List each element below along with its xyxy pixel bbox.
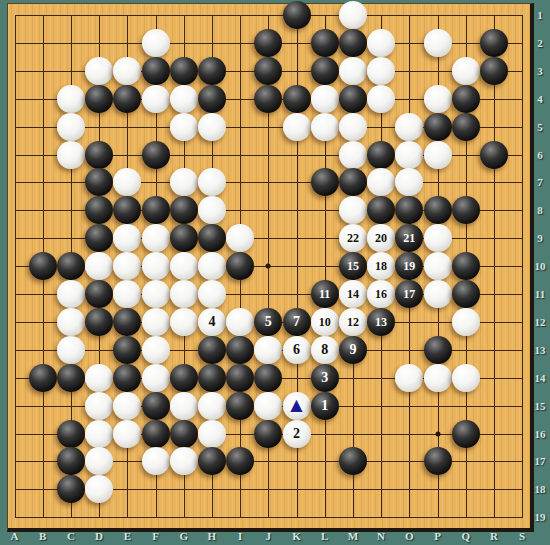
stone-Q12[interactable] [452,308,480,336]
grid-line-vertical [494,15,495,518]
move-number-22: 22 [347,232,359,244]
stone-F11[interactable] [142,280,170,308]
row-label-12: 12 [535,316,546,328]
stone-K15[interactable]: ▲ [283,392,311,420]
stone-B10[interactable] [29,252,57,280]
stone-L15[interactable]: 1 [311,392,339,420]
row-label-4: 4 [537,93,543,105]
stone-N8[interactable] [367,196,395,224]
stone-O8[interactable] [395,196,423,224]
stone-E9[interactable] [113,224,141,252]
stone-M12[interactable]: 12 [339,308,367,336]
stone-M8[interactable] [339,196,367,224]
stone-C4[interactable] [57,85,85,113]
row-label-16: 16 [535,428,546,440]
column-label-I: I [238,530,242,542]
stone-F9[interactable] [142,224,170,252]
stone-F10[interactable] [142,252,170,280]
stone-C11[interactable] [57,280,85,308]
stone-R6[interactable] [480,141,508,169]
move-number-3: 3 [321,371,328,385]
stone-J2[interactable] [254,29,282,57]
stone-L5[interactable] [311,113,339,141]
stone-H4[interactable] [198,85,226,113]
stone-N6[interactable] [367,141,395,169]
column-label-K: K [292,530,301,542]
stone-R3[interactable] [480,57,508,85]
move-number-12: 12 [347,316,359,328]
stone-K13[interactable]: 6 [283,336,311,364]
stone-I14[interactable] [226,364,254,392]
stone-M7[interactable] [339,168,367,196]
stone-M5[interactable] [339,113,367,141]
stone-P5[interactable] [424,113,452,141]
stone-H12[interactable]: 4 [198,308,226,336]
stone-I13[interactable] [226,336,254,364]
stone-L2[interactable] [311,29,339,57]
stone-G9[interactable] [170,224,198,252]
stone-O10[interactable]: 19 [395,252,423,280]
stone-P10[interactable] [424,252,452,280]
column-label-G: G [179,530,188,542]
stone-O7[interactable] [395,168,423,196]
stone-K4[interactable] [283,85,311,113]
stone-D15[interactable] [85,392,113,420]
stone-J13[interactable] [254,336,282,364]
stone-H3[interactable] [198,57,226,85]
stone-F13[interactable] [142,336,170,364]
row-label-6: 6 [537,149,543,161]
stone-E11[interactable] [113,280,141,308]
move-number-15: 15 [347,260,359,272]
go-app-window: 222021151819111416174571012136893▲12ABCD… [0,0,550,545]
stone-L3[interactable] [311,57,339,85]
stone-M1[interactable] [339,1,367,29]
stone-E10[interactable] [113,252,141,280]
stone-P13[interactable] [424,336,452,364]
row-label-7: 7 [537,176,543,188]
stone-F15[interactable] [142,392,170,420]
stone-L7[interactable] [311,168,339,196]
stone-J4[interactable] [254,85,282,113]
move-number-17: 17 [403,288,415,300]
stone-E12[interactable] [113,308,141,336]
stone-M11[interactable]: 14 [339,280,367,308]
stone-H10[interactable] [198,252,226,280]
stone-D17[interactable] [85,447,113,475]
stone-P4[interactable] [424,85,452,113]
stone-O11[interactable]: 17 [395,280,423,308]
stone-D12[interactable] [85,308,113,336]
stone-G4[interactable] [170,85,198,113]
stone-M17[interactable] [339,447,367,475]
column-label-L: L [321,530,328,542]
stone-E7[interactable] [113,168,141,196]
stone-K5[interactable] [283,113,311,141]
column-label-D: D [95,530,103,542]
stone-N2[interactable] [367,29,395,57]
star-point [435,431,440,436]
stone-K16[interactable]: 2 [283,420,311,448]
stone-E4[interactable] [113,85,141,113]
stone-O9[interactable]: 21 [395,224,423,252]
move-number-10: 10 [319,316,331,328]
stone-M13[interactable]: 9 [339,336,367,364]
stone-C12[interactable] [57,308,85,336]
stone-N7[interactable] [367,168,395,196]
stone-G16[interactable] [170,420,198,448]
stone-C16[interactable] [57,420,85,448]
stone-G12[interactable] [170,308,198,336]
move-number-6: 6 [293,343,300,357]
column-label-A: A [11,530,19,542]
column-label-P: P [434,530,441,542]
stone-C18[interactable] [57,475,85,503]
stone-P8[interactable] [424,196,452,224]
stone-I10[interactable] [226,252,254,280]
column-label-H: H [208,530,217,542]
stone-H17[interactable] [198,447,226,475]
stone-J16[interactable] [254,420,282,448]
column-label-J: J [266,530,272,542]
row-label-18: 18 [535,483,546,495]
stone-D11[interactable] [85,280,113,308]
stone-C13[interactable] [57,336,85,364]
stone-K12[interactable]: 7 [283,308,311,336]
stone-F17[interactable] [142,447,170,475]
stone-P17[interactable] [424,447,452,475]
move-number-2: 2 [293,427,300,441]
stone-F12[interactable] [142,308,170,336]
row-label-14: 14 [535,372,546,384]
row-label-8: 8 [537,204,543,216]
move-number-9: 9 [349,343,356,357]
stone-N11[interactable]: 16 [367,280,395,308]
move-number-21: 21 [403,232,415,244]
move-number-1: 1 [321,399,328,413]
stone-C5[interactable] [57,113,85,141]
stone-G5[interactable] [170,113,198,141]
stone-P9[interactable] [424,224,452,252]
stone-B14[interactable] [29,364,57,392]
stone-E13[interactable] [113,336,141,364]
column-label-R: R [490,530,498,542]
row-label-1: 1 [537,9,543,21]
stone-D3[interactable] [85,57,113,85]
stone-P6[interactable] [424,141,452,169]
stone-L14[interactable]: 3 [311,364,339,392]
row-label-19: 19 [535,511,546,523]
move-number-11: 11 [319,288,330,300]
column-label-Q: Q [461,530,470,542]
stone-G15[interactable] [170,392,198,420]
stone-H8[interactable] [198,196,226,224]
stone-I15[interactable] [226,392,254,420]
stone-C14[interactable] [57,364,85,392]
stone-F6[interactable] [142,141,170,169]
stone-E14[interactable] [113,364,141,392]
stone-L13[interactable]: 8 [311,336,339,364]
column-label-C: C [67,530,75,542]
column-label-M: M [348,530,358,542]
stone-K1[interactable] [283,1,311,29]
stone-Q5[interactable] [452,113,480,141]
stone-D14[interactable] [85,364,113,392]
stone-E16[interactable] [113,420,141,448]
stone-C17[interactable] [57,447,85,475]
column-label-O: O [405,530,414,542]
stone-D16[interactable] [85,420,113,448]
stone-F3[interactable] [142,57,170,85]
column-label-F: F [152,530,159,542]
move-number-20: 20 [375,232,387,244]
stone-O6[interactable] [395,141,423,169]
stone-Q3[interactable] [452,57,480,85]
stone-Q4[interactable] [452,85,480,113]
move-number-14: 14 [347,288,359,300]
stone-P14[interactable] [424,364,452,392]
move-number-8: 8 [321,343,328,357]
stone-F8[interactable] [142,196,170,224]
stone-E8[interactable] [113,196,141,224]
stone-H14[interactable] [198,364,226,392]
stone-G17[interactable] [170,447,198,475]
stone-P2[interactable] [424,29,452,57]
stone-C10[interactable] [57,252,85,280]
stone-G8[interactable] [170,196,198,224]
stone-H15[interactable] [198,392,226,420]
stone-G7[interactable] [170,168,198,196]
stone-F14[interactable] [142,364,170,392]
stone-H16[interactable] [198,420,226,448]
stone-M4[interactable] [339,85,367,113]
stone-D6[interactable] [85,141,113,169]
stone-N3[interactable] [367,57,395,85]
stone-M6[interactable] [339,141,367,169]
stone-Q11[interactable] [452,280,480,308]
stone-G10[interactable] [170,252,198,280]
stone-M10[interactable]: 15 [339,252,367,280]
stone-D9[interactable] [85,224,113,252]
row-label-17: 17 [535,455,546,467]
row-label-13: 13 [535,344,546,356]
row-label-15: 15 [535,400,546,412]
stone-Q14[interactable] [452,364,480,392]
stone-H11[interactable] [198,280,226,308]
stone-E3[interactable] [113,57,141,85]
stone-D7[interactable] [85,168,113,196]
row-label-11: 11 [535,288,545,300]
stone-M3[interactable] [339,57,367,85]
stone-L4[interactable] [311,85,339,113]
stone-Q8[interactable] [452,196,480,224]
stone-F2[interactable] [142,29,170,57]
move-number-4: 4 [208,315,215,329]
stone-M2[interactable] [339,29,367,57]
stone-G3[interactable] [170,57,198,85]
stone-N12[interactable]: 13 [367,308,395,336]
stone-N4[interactable] [367,85,395,113]
triangle-mark-icon: ▲ [290,397,302,413]
stone-H5[interactable] [198,113,226,141]
stone-H13[interactable] [198,336,226,364]
stone-H7[interactable] [198,168,226,196]
row-label-5: 5 [537,121,543,133]
star-point [266,264,271,269]
stone-G14[interactable] [170,364,198,392]
stone-F4[interactable] [142,85,170,113]
row-label-2: 2 [537,37,543,49]
stone-Q10[interactable] [452,252,480,280]
stone-L11[interactable]: 11 [311,280,339,308]
row-label-3: 3 [537,65,543,77]
move-number-16: 16 [375,288,387,300]
stone-D4[interactable] [85,85,113,113]
grid-line-vertical [522,15,523,518]
stone-J15[interactable] [254,392,282,420]
column-label-B: B [39,530,46,542]
move-number-13: 13 [375,316,387,328]
stone-O14[interactable] [395,364,423,392]
stone-L12[interactable]: 10 [311,308,339,336]
move-number-18: 18 [375,260,387,272]
move-number-19: 19 [403,260,415,272]
stone-N10[interactable]: 18 [367,252,395,280]
stone-E15[interactable] [113,392,141,420]
stone-I12[interactable] [226,308,254,336]
stone-J3[interactable] [254,57,282,85]
stone-R2[interactable] [480,29,508,57]
stone-C6[interactable] [57,141,85,169]
stone-Q16[interactable] [452,420,480,448]
stone-F16[interactable] [142,420,170,448]
column-label-N: N [377,530,385,542]
stone-M9[interactable]: 22 [339,224,367,252]
stone-J12[interactable]: 5 [254,308,282,336]
stone-I17[interactable] [226,447,254,475]
move-number-7: 7 [293,315,300,329]
stone-O5[interactable] [395,113,423,141]
stone-D18[interactable] [85,475,113,503]
stone-I9[interactable] [226,224,254,252]
stone-H9[interactable] [198,224,226,252]
grid-line-horizontal [15,517,524,518]
column-label-S: S [519,530,525,542]
row-label-9: 9 [537,232,543,244]
row-label-10: 10 [535,260,546,272]
column-label-E: E [124,530,131,542]
stone-N9[interactable]: 20 [367,224,395,252]
stone-P11[interactable] [424,280,452,308]
stone-G11[interactable] [170,280,198,308]
move-number-5: 5 [265,315,272,329]
stone-D8[interactable] [85,196,113,224]
stone-J14[interactable] [254,364,282,392]
stone-D10[interactable] [85,252,113,280]
